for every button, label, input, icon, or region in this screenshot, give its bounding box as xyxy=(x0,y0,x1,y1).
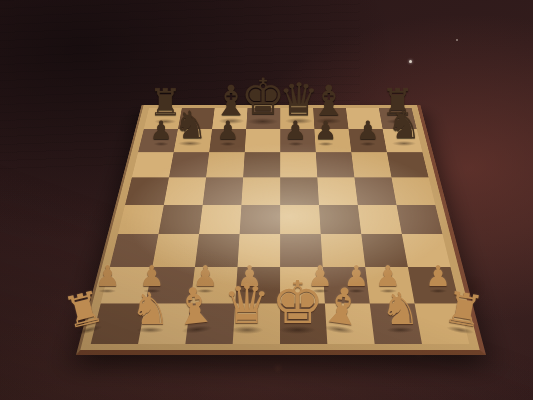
square-h6[interactable] xyxy=(387,152,429,177)
square-e6[interactable] xyxy=(280,152,317,177)
square-a6[interactable] xyxy=(132,152,174,177)
black-knight-b7[interactable]: ♞ xyxy=(173,106,207,144)
black-knight-h7[interactable]: ♞ xyxy=(387,106,421,144)
square-d7[interactable] xyxy=(245,129,281,152)
square-e4[interactable] xyxy=(280,205,321,235)
square-f4[interactable] xyxy=(319,205,361,235)
square-f5[interactable] xyxy=(317,177,357,204)
square-b4[interactable] xyxy=(158,205,202,235)
white-rook-h1[interactable]: ♜ xyxy=(441,285,487,334)
black-pawn-g7[interactable]: ♟ xyxy=(357,118,380,143)
white-bishop-f1[interactable]: ♝ xyxy=(318,280,369,335)
square-g6[interactable] xyxy=(351,152,391,177)
dust-speck xyxy=(409,60,412,63)
white-pawn-a2[interactable]: ♟ xyxy=(95,262,121,291)
black-pawn-a7[interactable]: ♟ xyxy=(150,118,173,143)
square-g4[interactable] xyxy=(358,205,402,235)
black-pawn-e7[interactable]: ♟ xyxy=(284,118,307,143)
white-knight-b1[interactable]: ♞ xyxy=(130,287,170,331)
square-c4[interactable] xyxy=(199,205,241,235)
square-h4[interactable] xyxy=(396,205,442,235)
square-e5[interactable] xyxy=(280,177,319,204)
square-a5[interactable] xyxy=(125,177,169,204)
dust-speck xyxy=(456,39,458,41)
square-d6[interactable] xyxy=(243,152,280,177)
white-bishop-c1[interactable]: ♝ xyxy=(170,280,219,334)
square-g5[interactable] xyxy=(354,177,396,204)
square-d5[interactable] xyxy=(241,177,280,204)
square-b5[interactable] xyxy=(164,177,206,204)
black-pawn-c7[interactable]: ♟ xyxy=(216,118,239,143)
photo-scene: ♜♝♚♛♝♜♟♞♟♟♟♟♞♟♟♟♟♟♟♟♟♜♞♝♛♚♝♞♜ xyxy=(0,0,533,400)
square-f6[interactable] xyxy=(316,152,355,177)
square-a4[interactable] xyxy=(118,205,164,235)
square-d4[interactable] xyxy=(240,205,281,235)
square-c5[interactable] xyxy=(203,177,243,204)
square-b6[interactable] xyxy=(169,152,209,177)
white-knight-g1[interactable]: ♞ xyxy=(380,287,420,331)
white-king-e1[interactable]: ♚ xyxy=(271,273,324,332)
white-queen-d1[interactable]: ♛ xyxy=(223,279,271,332)
black-pawn-f7[interactable]: ♟ xyxy=(314,118,337,143)
square-h5[interactable] xyxy=(391,177,435,204)
square-c6[interactable] xyxy=(206,152,245,177)
